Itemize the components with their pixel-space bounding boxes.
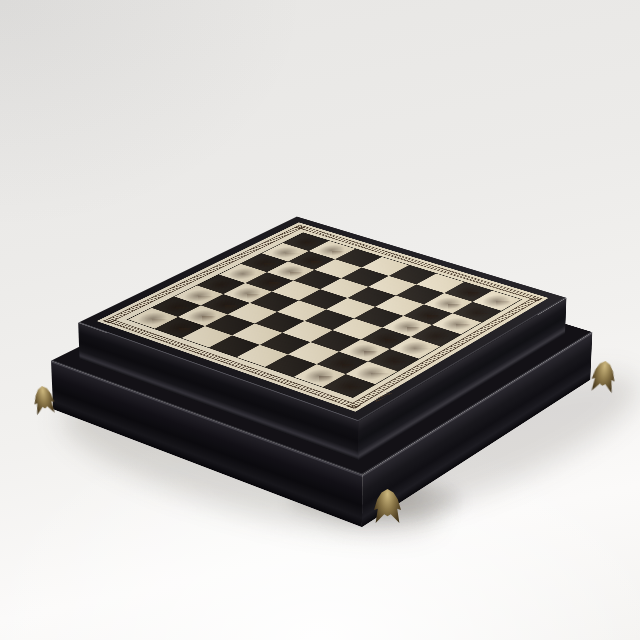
square-g4[interactable] (232, 324, 282, 345)
square-h4[interactable] (209, 335, 260, 357)
scene: ♜♞♝♚♛♝♞♜♟♟♟♟♟♟♟♟♟♟♟♟♟♟♟♟♜♞♝♚♛♝♞♜ (0, 0, 640, 640)
chess-board-box: ♜♞♝♚♛♝♞♜♟♟♟♟♟♟♟♟♟♟♟♟♟♟♟♟♜♞♝♚♛♝♞♜ (78, 216, 566, 421)
studio-backdrop: ♜♞♝♚♛♝♞♜♟♟♟♟♟♟♟♟♟♟♟♟♟♟♟♟♜♞♝♚♛♝♞♜ (0, 0, 640, 640)
square-f4[interactable] (255, 312, 305, 333)
black-rook-glyph: ♜ (308, 329, 387, 392)
white-pawn-glyph: ♟ (141, 285, 217, 334)
engraved-script-mark (373, 392, 393, 403)
